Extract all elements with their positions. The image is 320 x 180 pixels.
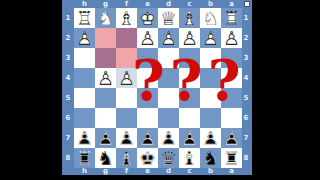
white-rook-a1[interactable]: ♜♖	[221, 8, 242, 28]
square-h2[interactable]: ♟♙	[74, 28, 95, 48]
square-e8[interactable]: ♚♔	[137, 148, 158, 168]
black-rook-a8[interactable]: ♜♖	[221, 148, 242, 168]
black-pawn-a7[interactable]: ♟♙	[221, 128, 242, 148]
black-pawn-e7[interactable]: ♟♙	[137, 128, 158, 148]
square-c7[interactable]: ♟♙	[179, 128, 200, 148]
square-b2[interactable]: ♟♙	[200, 28, 221, 48]
square-g7[interactable]: ♟♙	[95, 128, 116, 148]
piece-glyph-outline: ♙	[95, 128, 116, 148]
piece-glyph-outline: ♙	[221, 128, 242, 148]
black-pawn-b7[interactable]: ♟♙	[200, 128, 221, 148]
file-label-h: h	[74, 168, 95, 175]
black-pawn-c7[interactable]: ♟♙	[179, 128, 200, 148]
square-g5[interactable]	[95, 88, 116, 108]
rank-label-2: 2	[62, 28, 74, 48]
file-label-e: e	[137, 168, 158, 175]
piece-glyph-outline: ♗	[116, 8, 137, 28]
square-c8[interactable]: ♝♗	[179, 148, 200, 168]
white-pawn-h2[interactable]: ♟♙	[74, 28, 95, 48]
rank-labels-left: 12345678	[62, 8, 74, 168]
piece-glyph-outline: ♙	[116, 128, 137, 148]
rank-label-8: 8	[62, 148, 74, 168]
rank-label-5: 5	[62, 88, 74, 108]
square-b8[interactable]: ♞♘	[200, 148, 221, 168]
piece-glyph-outline: ♙	[200, 128, 221, 148]
square-g6[interactable]	[95, 108, 116, 128]
square-d7[interactable]: ♟♙	[158, 128, 179, 148]
square-d8[interactable]: ♛♕	[158, 148, 179, 168]
square-a2[interactable]: ♟♙	[221, 28, 242, 48]
black-knight-b8[interactable]: ♞♘	[200, 148, 221, 168]
square-h8[interactable]: ♜♖	[74, 148, 95, 168]
black-bishop-f8[interactable]: ♝♗	[116, 148, 137, 168]
rank-label-3: 3	[62, 48, 74, 68]
square-e7[interactable]: ♟♙	[137, 128, 158, 148]
piece-glyph-outline: ♙	[74, 128, 95, 148]
white-knight-g1[interactable]: ♞♘	[95, 8, 116, 28]
rank-label-4: 4	[62, 68, 74, 88]
white-bishop-c1[interactable]: ♝♗	[179, 8, 200, 28]
piece-glyph-outline: ♖	[74, 8, 95, 28]
file-label-c: c	[179, 168, 200, 175]
file-labels-bottom: hgfedcba	[74, 168, 242, 175]
square-h4[interactable]	[74, 68, 95, 88]
piece-glyph-outline: ♙	[179, 128, 200, 148]
piece-glyph-outline: ♙	[137, 28, 158, 48]
piece-glyph-outline: ♖	[221, 148, 242, 168]
piece-glyph-outline: ♗	[116, 148, 137, 168]
white-bishop-f1[interactable]: ♝♗	[116, 8, 137, 28]
square-d2[interactable]: ♟♙	[158, 28, 179, 48]
rank-label-6: 6	[62, 108, 74, 128]
piece-glyph-outline: ♙	[137, 128, 158, 148]
white-king-e1[interactable]: ♚♔	[137, 8, 158, 28]
piece-glyph-outline: ♔	[137, 8, 158, 28]
black-pawn-f7[interactable]: ♟♙	[116, 128, 137, 148]
piece-glyph-outline: ♕	[158, 148, 179, 168]
file-label-g: g	[95, 168, 116, 175]
white-knight-b1[interactable]: ♞♘	[200, 8, 221, 28]
square-g3[interactable]	[95, 48, 116, 68]
black-pawn-h7[interactable]: ♟♙	[74, 128, 95, 148]
piece-glyph-outline: ♗	[179, 8, 200, 28]
square-f1[interactable]: ♝♗	[116, 8, 137, 28]
square-g1[interactable]: ♞♘	[95, 8, 116, 28]
square-d1[interactable]: ♛♕	[158, 8, 179, 28]
piece-glyph-outline: ♙	[158, 128, 179, 148]
piece-glyph-outline: ♙	[200, 28, 221, 48]
white-pawn-e2[interactable]: ♟♙	[137, 28, 158, 48]
square-e2[interactable]: ♟♙	[137, 28, 158, 48]
rank-label-7: 7	[62, 128, 74, 148]
square-b1[interactable]: ♞♘	[200, 8, 221, 28]
piece-glyph-outline: ♙	[221, 28, 242, 48]
piece-glyph-outline: ♙	[158, 28, 179, 48]
square-f7[interactable]: ♟♙	[116, 128, 137, 148]
square-f8[interactable]: ♝♗	[116, 148, 137, 168]
piece-glyph-outline: ♔	[137, 148, 158, 168]
piece-glyph-outline: ♘	[95, 8, 116, 28]
square-e1[interactable]: ♚♔	[137, 8, 158, 28]
file-label-d: d	[158, 168, 179, 175]
square-h1[interactable]: ♜♖	[74, 8, 95, 28]
white-to-move-indicator-icon	[244, 1, 250, 7]
black-knight-g8[interactable]: ♞♘	[95, 148, 116, 168]
square-h6[interactable]	[74, 108, 95, 128]
black-pawn-g7[interactable]: ♟♙	[95, 128, 116, 148]
square-h3[interactable]	[74, 48, 95, 68]
piece-glyph-outline: ♙	[74, 28, 95, 48]
page-background: hgfedcba hgfedcba 12345678 12345678 ♜♖♞♘…	[0, 0, 320, 180]
square-b7[interactable]: ♟♙	[200, 128, 221, 148]
piece-glyph-outline: ♙	[179, 28, 200, 48]
square-a7[interactable]: ♟♙	[221, 128, 242, 148]
rank-label-1: 1	[62, 8, 74, 28]
black-king-e8[interactable]: ♚♔	[137, 148, 158, 168]
square-g4[interactable]: ♟♙	[95, 68, 116, 88]
square-f2[interactable]	[116, 28, 137, 48]
white-pawn-g4[interactable]: ♟♙	[95, 68, 116, 88]
square-a1[interactable]: ♜♖	[221, 8, 242, 28]
white-pawn-c2[interactable]: ♟♙	[179, 28, 200, 48]
piece-glyph-outline: ♖	[221, 8, 242, 28]
square-a8[interactable]: ♜♖	[221, 148, 242, 168]
piece-glyph-outline: ♖	[74, 148, 95, 168]
square-c2[interactable]: ♟♙	[179, 28, 200, 48]
black-rook-h8[interactable]: ♜♖	[74, 148, 95, 168]
piece-glyph-outline: ♘	[95, 148, 116, 168]
black-pawn-d7[interactable]: ♟♙	[158, 128, 179, 148]
file-label-f: f	[116, 168, 137, 175]
square-g2[interactable]	[95, 28, 116, 48]
file-label-a: a	[221, 168, 242, 175]
piece-glyph-outline: ♘	[200, 8, 221, 28]
square-h7[interactable]: ♟♙	[74, 128, 95, 148]
piece-glyph-outline: ♙	[95, 68, 116, 88]
piece-glyph-outline: ♕	[158, 8, 179, 28]
chess-board: hgfedcba hgfedcba 12345678 12345678 ♜♖♞♘…	[62, 0, 252, 175]
square-h5[interactable]	[74, 88, 95, 108]
square-g8[interactable]: ♞♘	[95, 148, 116, 168]
file-label-b: b	[200, 168, 221, 175]
white-pawn-b2[interactable]: ♟♙	[200, 28, 221, 48]
black-queen-d8[interactable]: ♛♕	[158, 148, 179, 168]
white-rook-h1[interactable]: ♜♖	[74, 8, 95, 28]
piece-glyph-outline: ♘	[200, 148, 221, 168]
blunder-annotation: ???	[132, 52, 244, 108]
white-pawn-d2[interactable]: ♟♙	[158, 28, 179, 48]
piece-glyph-outline: ♗	[179, 148, 200, 168]
square-c1[interactable]: ♝♗	[179, 8, 200, 28]
black-bishop-c8[interactable]: ♝♗	[179, 148, 200, 168]
white-queen-d1[interactable]: ♛♕	[158, 8, 179, 28]
white-pawn-a2[interactable]: ♟♙	[221, 28, 242, 48]
